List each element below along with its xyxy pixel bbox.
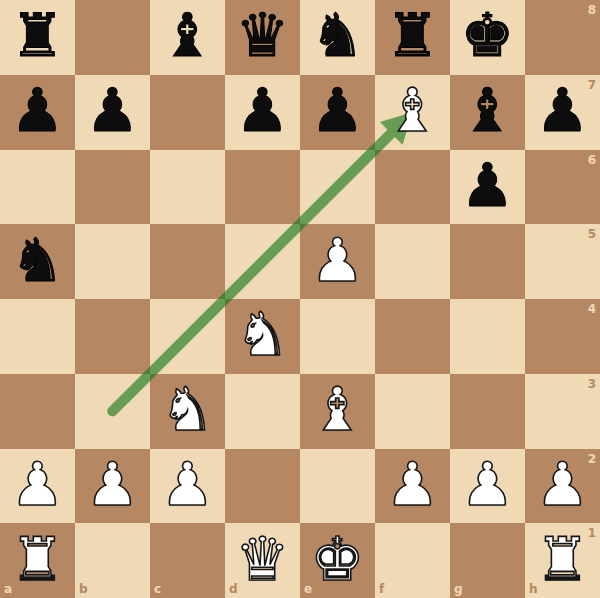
- square-a5[interactable]: ♞: [0, 224, 75, 299]
- square-d3[interactable]: [225, 374, 300, 449]
- square-h4[interactable]: 4: [525, 299, 600, 374]
- square-f4[interactable]: [375, 299, 450, 374]
- square-a7[interactable]: ♟: [0, 75, 75, 150]
- piece-black-pawn[interactable]: ♟: [0, 75, 75, 150]
- piece-white-bishop[interactable]: ♝: [300, 374, 375, 449]
- square-e2[interactable]: [300, 449, 375, 524]
- rank-label-5: 5: [588, 228, 596, 240]
- square-a4[interactable]: [0, 299, 75, 374]
- square-f8[interactable]: ♜: [375, 0, 450, 75]
- square-f2[interactable]: ♟: [375, 449, 450, 524]
- piece-black-bishop[interactable]: ♝: [450, 75, 525, 150]
- square-f6[interactable]: [375, 150, 450, 225]
- piece-black-rook[interactable]: ♜: [0, 0, 75, 75]
- square-d8[interactable]: ♛: [225, 0, 300, 75]
- square-h6[interactable]: 6: [525, 150, 600, 225]
- piece-white-pawn[interactable]: ♟: [150, 449, 225, 524]
- square-f3[interactable]: [375, 374, 450, 449]
- file-label-b: b: [79, 583, 88, 595]
- square-h2[interactable]: 2♟: [525, 449, 600, 524]
- square-d2[interactable]: [225, 449, 300, 524]
- square-f7[interactable]: ♝: [375, 75, 450, 150]
- square-g8[interactable]: ♚: [450, 0, 525, 75]
- file-label-c: c: [154, 583, 161, 595]
- square-e8[interactable]: ♞: [300, 0, 375, 75]
- square-e4[interactable]: [300, 299, 375, 374]
- square-h5[interactable]: 5: [525, 224, 600, 299]
- rank-label-4: 4: [588, 303, 596, 315]
- piece-white-pawn[interactable]: ♟: [450, 449, 525, 524]
- square-a8[interactable]: ♜: [0, 0, 75, 75]
- piece-black-knight[interactable]: ♞: [0, 224, 75, 299]
- piece-white-king[interactable]: ♚: [300, 523, 375, 598]
- piece-black-queen[interactable]: ♛: [225, 0, 300, 75]
- square-c2[interactable]: ♟: [150, 449, 225, 524]
- piece-white-knight[interactable]: ♞: [225, 299, 300, 374]
- square-e5[interactable]: ♟: [300, 224, 375, 299]
- piece-white-pawn[interactable]: ♟: [300, 224, 375, 299]
- square-d5[interactable]: [225, 224, 300, 299]
- piece-white-knight[interactable]: ♞: [150, 374, 225, 449]
- square-b2[interactable]: ♟: [75, 449, 150, 524]
- square-d6[interactable]: [225, 150, 300, 225]
- square-b8[interactable]: [75, 0, 150, 75]
- rank-label-8: 8: [588, 4, 596, 16]
- piece-white-queen[interactable]: ♛: [225, 523, 300, 598]
- square-f5[interactable]: [375, 224, 450, 299]
- square-a2[interactable]: ♟: [0, 449, 75, 524]
- piece-black-pawn[interactable]: ♟: [225, 75, 300, 150]
- piece-black-rook[interactable]: ♜: [375, 0, 450, 75]
- piece-black-pawn[interactable]: ♟: [525, 75, 600, 150]
- square-a6[interactable]: [0, 150, 75, 225]
- square-c5[interactable]: [150, 224, 225, 299]
- square-c6[interactable]: [150, 150, 225, 225]
- square-g3[interactable]: [450, 374, 525, 449]
- square-c1[interactable]: c: [150, 523, 225, 598]
- piece-white-rook[interactable]: ♜: [525, 523, 600, 598]
- square-c8[interactable]: ♝: [150, 0, 225, 75]
- square-e6[interactable]: [300, 150, 375, 225]
- piece-black-bishop[interactable]: ♝: [150, 0, 225, 75]
- square-h7[interactable]: 7♟: [525, 75, 600, 150]
- square-h3[interactable]: 3: [525, 374, 600, 449]
- square-e7[interactable]: ♟: [300, 75, 375, 150]
- square-b6[interactable]: [75, 150, 150, 225]
- piece-white-pawn[interactable]: ♟: [75, 449, 150, 524]
- square-h8[interactable]: 8: [525, 0, 600, 75]
- piece-black-pawn[interactable]: ♟: [75, 75, 150, 150]
- piece-white-pawn[interactable]: ♟: [525, 449, 600, 524]
- square-b3[interactable]: [75, 374, 150, 449]
- square-h1[interactable]: 1h♜: [525, 523, 600, 598]
- square-d4[interactable]: ♞: [225, 299, 300, 374]
- piece-black-pawn[interactable]: ♟: [300, 75, 375, 150]
- square-a3[interactable]: [0, 374, 75, 449]
- square-a1[interactable]: a♜: [0, 523, 75, 598]
- piece-white-pawn[interactable]: ♟: [0, 449, 75, 524]
- square-g7[interactable]: ♝: [450, 75, 525, 150]
- piece-white-rook[interactable]: ♜: [0, 523, 75, 598]
- board-squares: ♜♝♛♞♜♚8♟♟♟♟♝♝7♟♟6♞♟5♞4♞♝3♟♟♟♟♟2♟a♜bcd♛e♚…: [0, 0, 600, 598]
- piece-white-pawn[interactable]: ♟: [375, 449, 450, 524]
- square-g6[interactable]: ♟: [450, 150, 525, 225]
- rank-label-6: 6: [588, 154, 596, 166]
- square-c4[interactable]: [150, 299, 225, 374]
- square-b7[interactable]: ♟: [75, 75, 150, 150]
- square-d7[interactable]: ♟: [225, 75, 300, 150]
- square-d1[interactable]: d♛: [225, 523, 300, 598]
- square-g2[interactable]: ♟: [450, 449, 525, 524]
- square-g4[interactable]: [450, 299, 525, 374]
- piece-white-bishop[interactable]: ♝: [375, 75, 450, 150]
- square-c7[interactable]: [150, 75, 225, 150]
- square-e1[interactable]: e♚: [300, 523, 375, 598]
- piece-black-king[interactable]: ♚: [450, 0, 525, 75]
- file-label-g: g: [454, 583, 463, 595]
- piece-black-pawn[interactable]: ♟: [450, 150, 525, 225]
- piece-black-knight[interactable]: ♞: [300, 0, 375, 75]
- square-g1[interactable]: g: [450, 523, 525, 598]
- square-g5[interactable]: [450, 224, 525, 299]
- chess-board: ♜♝♛♞♜♚8♟♟♟♟♝♝7♟♟6♞♟5♞4♞♝3♟♟♟♟♟2♟a♜bcd♛e♚…: [0, 0, 600, 598]
- square-c3[interactable]: ♞: [150, 374, 225, 449]
- square-b4[interactable]: [75, 299, 150, 374]
- square-e3[interactable]: ♝: [300, 374, 375, 449]
- square-f1[interactable]: f: [375, 523, 450, 598]
- square-b5[interactable]: [75, 224, 150, 299]
- rank-label-3: 3: [588, 378, 596, 390]
- file-label-f: f: [379, 583, 384, 595]
- square-b1[interactable]: b: [75, 523, 150, 598]
